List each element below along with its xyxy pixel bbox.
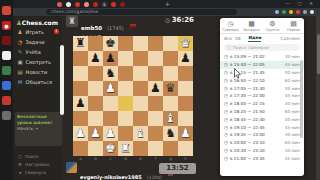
board-square-g5[interactable]: ♛	[163, 81, 178, 96]
browser-tabstrip: L + — ▢ ✕	[13, 0, 320, 8]
white-bishop-e2[interactable]: ♝	[133, 126, 148, 141]
row-duration: 45 мин	[285, 156, 300, 161]
footer-label: Настройки	[25, 162, 49, 167]
page-scrollbar[interactable]	[316, 16, 320, 180]
row-text: в 21:00 — 23:45	[230, 156, 265, 161]
sidebar-item-задачи[interactable]: ◔Задачи	[13, 37, 62, 47]
sidebar-item-новости[interactable]: ▤Новости	[13, 67, 62, 77]
board-square-g4[interactable]	[163, 96, 178, 111]
sidebar-item-смотреть[interactable]: ▣Смотреть	[13, 57, 62, 67]
tab-favicon-camera[interactable]	[93, 2, 98, 7]
popup-list-item-0[interactable]: ◷в 15:09 — 21:0230 мин	[220, 53, 304, 61]
board-square-b3[interactable]	[88, 111, 103, 126]
board-square-d3[interactable]	[118, 111, 133, 126]
board-square-a1[interactable]	[73, 141, 88, 156]
учёба-icon: ✎	[17, 49, 23, 55]
board-square-e4[interactable]	[133, 96, 148, 111]
row-text: в 17:05 — 21:30	[230, 86, 265, 91]
black-pawn-h7[interactable]: ♟	[178, 51, 193, 66]
board-square-b8[interactable]	[88, 36, 103, 51]
white-queen-h8[interactable]: ♛	[178, 36, 193, 51]
row-text: в 19:10 — 22:45	[230, 125, 265, 130]
popup-list-item-5[interactable]: ◷в 17:30 — 22:0045 мин	[220, 92, 304, 100]
clock-icon: ◷	[224, 132, 228, 137]
popup-tab-вкладки[interactable]: ▦Вкладки	[241, 20, 262, 33]
board-square-d6[interactable]	[118, 66, 133, 81]
popup-tabs: ◷Таймеры▦Вкладки⚙Группы▤Сервис	[220, 18, 304, 34]
white-rook-d1[interactable]: ♜	[118, 141, 133, 156]
board-square-b6[interactable]	[88, 66, 103, 81]
board-square-h1[interactable]	[178, 141, 193, 156]
dock-icon-0[interactable]	[2, 6, 11, 15]
board-square-b5[interactable]	[88, 81, 103, 96]
смотреть-icon: ▣	[17, 59, 23, 65]
clock-icon: ◷	[224, 70, 228, 75]
sidebar-footer-свернуть[interactable]: ◂Свернуть	[13, 168, 62, 176]
board-square-a8[interactable]: ♜	[73, 36, 88, 51]
board-square-g1[interactable]	[163, 141, 178, 156]
board-square-e2[interactable]: ♝	[133, 126, 148, 141]
clock-icon: ◷	[165, 17, 170, 23]
white-pawn-c5[interactable]: ♟	[103, 81, 118, 96]
row-duration: 45 мин	[285, 125, 300, 130]
filter-all[interactable]: Все	[224, 36, 232, 41]
clock-icon: ◷	[224, 140, 228, 145]
file-label-c: c	[103, 156, 118, 161]
new-tab-button[interactable]: +	[165, 0, 170, 7]
black-knight-g2[interactable]: ♞	[163, 126, 178, 141]
row-duration: 30 мин	[285, 117, 300, 122]
tab-favicon-darkred[interactable]	[120, 2, 125, 7]
popup-list-item-11[interactable]: ◷в 20:00 — 23:1060 мин	[220, 139, 304, 147]
top-player-flag-icon	[130, 24, 136, 28]
popup-list-item-12[interactable]: ◷в 20:30 — 23:2030 мин	[220, 147, 304, 155]
row-text: в 17:30 — 22:00	[230, 93, 265, 98]
search-placeholder: Поиск таймеров	[233, 45, 269, 50]
группы-icon: ⚙	[262, 20, 283, 28]
toolbar-extension-icon-2[interactable]	[289, 10, 294, 15]
logo-text: Chess.com	[22, 19, 58, 26]
black-queen-g5[interactable]: ♛	[163, 81, 178, 96]
board-square-b4[interactable]	[88, 96, 103, 111]
задачи-icon: ◔	[17, 39, 23, 45]
board-square-g8[interactable]	[163, 36, 178, 51]
file-label-b: b	[88, 156, 103, 161]
board-square-a6[interactable]	[73, 66, 88, 81]
board-square-h3[interactable]	[178, 111, 193, 126]
popup-tab-label: Сервис	[283, 28, 304, 33]
board-square-a7[interactable]	[73, 51, 88, 66]
board-square-c1[interactable]: ♚	[103, 141, 118, 156]
footer-label: Свернуть	[25, 170, 46, 175]
os-dock: ●	[0, 0, 13, 180]
chesscom-logo[interactable]: ♟Chess.com	[13, 16, 62, 27]
tab-favicon-white[interactable]	[66, 2, 71, 7]
общаться-icon: ✉	[17, 79, 23, 85]
board-square-c8[interactable]: ♚	[103, 36, 118, 51]
bottom-player-avatar[interactable]	[66, 162, 77, 173]
board-square-e3[interactable]	[133, 111, 148, 126]
board-square-d4[interactable]	[118, 96, 133, 111]
filter-done[interactable]: Сделано	[281, 36, 300, 41]
file-label-a: a	[73, 156, 88, 161]
bottom-player-clock: 13:52	[159, 163, 196, 174]
row-duration: 30 мин	[285, 70, 300, 75]
popup-list-item-7[interactable]: ◷в 18:20 — 21:5060 мин	[220, 108, 304, 116]
popup-list-item-13[interactable]: ◷в 21:00 — 23:4545 мин	[220, 154, 304, 162]
toolbar-extension-icon-4[interactable]	[303, 10, 308, 15]
popup-tab-таймеры[interactable]: ◷Таймеры	[220, 20, 241, 33]
board-square-d2[interactable]	[118, 126, 133, 141]
clock-icon: ◷	[224, 148, 228, 153]
bottom-player-row: evgeniy-nikolaev1985 (1200) 13:52	[66, 162, 196, 176]
top-player-clock: ◷36:26	[165, 16, 194, 24]
white-king-c1[interactable]: ♚	[103, 141, 118, 156]
sidebar-menu: ♟Играть1◔Задачи✎Учёба▣Смотреть▤Новости✉О…	[13, 27, 62, 87]
row-text: в 19:35 — 23:00	[230, 132, 265, 137]
vertical-scrollbar[interactable]	[60, 45, 64, 115]
file-labels: abcdefgh	[73, 156, 193, 161]
row-duration: 45 мин	[285, 62, 300, 67]
board-square-f4[interactable]	[148, 96, 163, 111]
row-text: в 18:00 — 22:15	[230, 101, 265, 106]
clock-icon: ◷	[224, 101, 228, 106]
board-square-g2[interactable]: ♞	[163, 126, 178, 141]
board-square-f3[interactable]	[148, 111, 163, 126]
popup-list: ◷в 15:09 — 21:0230 мин◷в 15:40 — 22:0545…	[220, 53, 304, 162]
board-square-c2[interactable]: ♟	[103, 126, 118, 141]
row-text: в 15:09 — 21:02	[230, 54, 265, 59]
свернуть-icon: ◂	[17, 170, 23, 175]
sidebar-item-общаться[interactable]: ✉Общаться	[13, 77, 62, 87]
tab-favicon-letter[interactable]: L	[102, 2, 107, 7]
row-text: в 15:40 — 22:05	[230, 62, 265, 67]
popup-list-item-9[interactable]: ◷в 19:10 — 22:4545 мин	[220, 123, 304, 131]
filter-active-tab[interactable]: Идеи	[248, 35, 261, 42]
sidebar-item-label: Играть	[26, 29, 44, 35]
dock-icon-6[interactable]	[2, 96, 11, 105]
popup-list-item-1[interactable]: ◷в 15:40 — 22:0545 мин	[220, 61, 304, 69]
white-pawn-b2[interactable]: ♟	[88, 126, 103, 141]
dock-icon-7[interactable]	[2, 111, 11, 120]
top-player-rating: (1745)	[107, 25, 124, 31]
board-square-f8[interactable]	[148, 36, 163, 51]
black-rook-a8[interactable]: ♜	[73, 36, 88, 51]
screen: ● L + — ▢ ✕ ← ↻ chess.com/game/live ♟Che…	[0, 0, 320, 180]
popup-tab-label: Вкладки	[241, 28, 262, 33]
clock-icon: ◷	[224, 62, 228, 67]
sidebar-item-label: Учёба	[26, 49, 41, 55]
popup-tab-label: Группы	[262, 28, 283, 33]
row-duration: 30 мин	[285, 86, 300, 91]
page-scrollbar-thumb[interactable]	[317, 34, 320, 74]
file-label-g: g	[163, 156, 178, 161]
footer-label: Поиск	[25, 154, 39, 159]
notification-badge: 1	[54, 29, 59, 34]
tab-favicon-crimson[interactable]	[75, 2, 80, 7]
sidebar-item-label: Смотреть	[26, 59, 51, 65]
black-pawn-f5[interactable]: ♟	[148, 81, 163, 96]
row-text: в 18:45 — 22:30	[230, 117, 265, 122]
clock-icon: ◷	[224, 54, 228, 59]
black-knight-c6[interactable]: ♞	[103, 66, 118, 81]
row-duration: 60 мин	[285, 78, 300, 83]
board-square-f1[interactable]	[148, 141, 163, 156]
board-square-h2[interactable]: ♟	[178, 126, 193, 141]
clock-icon: ◷	[224, 93, 228, 98]
clock-icon: ◷	[224, 86, 228, 91]
board-square-h8[interactable]: ♛	[178, 36, 193, 51]
sidebar-footer-поиск[interactable]: ○Поиск	[13, 152, 62, 160]
tab-favicon-pink[interactable]	[84, 2, 89, 7]
sidebar-item-играть[interactable]: ♟Играть1	[13, 27, 62, 37]
file-label-e: e	[133, 156, 148, 161]
таймеры-icon: ◷	[220, 20, 241, 28]
board-square-h4[interactable]	[178, 96, 193, 111]
играть-icon: ♟	[17, 29, 23, 35]
row-duration: 30 мин	[285, 148, 300, 153]
row-duration: 45 мин	[285, 93, 300, 98]
board-square-f6[interactable]	[148, 66, 163, 81]
board-square-c5[interactable]: ♟	[103, 81, 118, 96]
поиск-icon: ○	[17, 154, 23, 159]
popup-list-item-3[interactable]: ◷в 16:50 — 22:1060 мин	[220, 76, 304, 84]
extension-popup: ◷Таймеры▦Вкладки⚙Группы▤Сервис Все 20 Ид…	[220, 18, 304, 176]
row-text: в 20:30 — 23:20	[230, 148, 265, 153]
clock-icon: ◷	[224, 125, 228, 130]
bottom-player-name[interactable]: evgeniy-nikolaev1985	[80, 174, 142, 180]
row-duration: 60 мин	[285, 140, 300, 145]
popup-list-item-8[interactable]: ◷в 18:45 — 22:3030 мин	[220, 115, 304, 123]
row-duration: 30 мин	[285, 54, 300, 59]
board-square-f7[interactable]	[148, 51, 163, 66]
file-label-f: f	[148, 156, 163, 161]
popup-tab-сервис[interactable]: ▤Сервис	[283, 20, 304, 33]
bottom-player-rating: (1200)	[147, 175, 162, 180]
search-icon: ○	[227, 45, 231, 50]
popup-scrollbar[interactable]	[300, 60, 303, 138]
white-pawn-h2[interactable]: ♟	[178, 126, 193, 141]
popup-search-input[interactable]: ○ Поиск таймеров	[224, 44, 300, 51]
tab-favicon-red2[interactable]	[111, 2, 116, 7]
filter-count: 20	[235, 36, 240, 41]
board-square-c6[interactable]: ♞	[103, 66, 118, 81]
file-label-h: h	[178, 156, 193, 161]
clock-icon: ◷	[224, 156, 228, 161]
board-square-e6[interactable]	[133, 66, 148, 81]
board-square-c4[interactable]	[103, 96, 118, 111]
board-square-d5[interactable]	[118, 81, 133, 96]
black-pawn-c7[interactable]: ♟	[103, 51, 118, 66]
window-controls[interactable]: — ▢ ✕	[286, 1, 316, 6]
dock-icon-4[interactable]	[2, 66, 11, 75]
sidebar-item-label: Общаться	[26, 79, 52, 85]
dock-icon-2[interactable]	[2, 36, 11, 45]
white-bishop-g3[interactable]: ♝	[163, 111, 178, 126]
board-square-b1[interactable]	[88, 141, 103, 156]
board-square-g6[interactable]	[163, 66, 178, 81]
popup-filter-row: Все 20 Идеи Сделано	[220, 34, 304, 43]
board-square-c7[interactable]: ♟	[103, 51, 118, 66]
row-duration: 60 мин	[285, 109, 300, 114]
sidebar-promo[interactable]: Бесплатные уроки шахмат Начать →	[15, 112, 62, 146]
board-square-a2[interactable]: ♟	[73, 126, 88, 141]
top-clock-time: 36:26	[172, 16, 194, 24]
dock-icon-1[interactable]: ●	[2, 21, 11, 30]
toolbar-extension-icon-5[interactable]	[310, 10, 315, 15]
board-square-b2[interactable]: ♟	[88, 126, 103, 141]
promo-line3[interactable]: Начать →	[17, 126, 60, 132]
board-square-f5[interactable]: ♟	[148, 81, 163, 96]
board-square-g7[interactable]	[163, 51, 178, 66]
popup-tab-группы[interactable]: ⚙Группы	[262, 20, 283, 33]
toolbar-extension-icon-0[interactable]	[275, 10, 280, 15]
board-square-c3[interactable]	[103, 111, 118, 126]
сервис-icon: ▤	[283, 20, 304, 28]
board-square-h6[interactable]	[178, 66, 193, 81]
новости-icon: ▤	[17, 69, 23, 75]
board-square-d7[interactable]	[118, 51, 133, 66]
row-duration: 30 мин	[285, 101, 300, 106]
настройки-icon: ⚙	[17, 162, 23, 167]
row-duration: 30 мин	[285, 132, 300, 137]
white-pawn-a2[interactable]: ♟	[73, 126, 88, 141]
popup-tab-label: Таймеры	[220, 28, 241, 33]
dock-icon-3[interactable]	[2, 51, 11, 60]
clock-icon: ◷	[224, 109, 228, 114]
board-square-f2[interactable]	[148, 126, 163, 141]
clock-icon: ◷	[224, 78, 228, 83]
board-square-e5[interactable]	[133, 81, 148, 96]
board-square-b7[interactable]: ♟	[88, 51, 103, 66]
popup-list-item-10[interactable]: ◷в 19:35 — 23:0030 мин	[220, 131, 304, 139]
chesscom-sidebar: ♟Chess.com ♟Играть1◔Задачи✎Учёба▣Смотрет…	[13, 16, 62, 180]
top-player-name[interactable]: emb50	[81, 25, 102, 31]
sidebar-item-label: Задачи	[26, 39, 45, 45]
popup-list-item-6[interactable]: ◷в 18:00 — 22:1530 мин	[220, 100, 304, 108]
mouse-cursor	[234, 68, 242, 79]
board-square-h7[interactable]: ♟	[178, 51, 193, 66]
row-text: в 18:20 — 21:50	[230, 109, 265, 114]
popup-list-item-4[interactable]: ◷в 17:05 — 21:3030 мин	[220, 84, 304, 92]
toolbar-extension-icon-1[interactable]	[282, 10, 287, 15]
board-square-e8[interactable]	[133, 36, 148, 51]
popup-list-item-2[interactable]: ◷в 16:15 — 21:4530 мин	[220, 69, 304, 77]
board-square-a4[interactable]: ♟	[73, 96, 88, 111]
file-label-d: d	[118, 156, 133, 161]
white-pawn-c2[interactable]: ♟	[103, 126, 118, 141]
board-square-a5[interactable]	[73, 81, 88, 96]
tab-favicon-red[interactable]	[57, 2, 62, 7]
board-square-a3[interactable]	[73, 111, 88, 126]
black-pawn-b7[interactable]: ♟	[88, 51, 103, 66]
board-square-h5[interactable]	[178, 81, 193, 96]
board-square-d1[interactable]: ♜	[118, 141, 133, 156]
sidebar-footer: ○Поиск⚙Настройки◂Свернуть	[13, 152, 62, 176]
board-square-g3[interactable]: ♝	[163, 111, 178, 126]
sidebar-footer-настройки[interactable]: ⚙Настройки	[13, 160, 62, 168]
board-square-e1[interactable]	[133, 141, 148, 156]
board-square-d8[interactable]	[118, 36, 133, 51]
вкладки-icon: ▦	[241, 20, 262, 28]
black-pawn-a4[interactable]: ♟	[73, 96, 88, 111]
black-king-c8[interactable]: ♚	[103, 36, 118, 51]
row-text: в 20:00 — 23:10	[230, 140, 265, 145]
top-player-row: ♜ emb50 (1745) ♙♙♙♘♖ ◷36:26	[66, 15, 196, 29]
chess-board[interactable]: ♜♚♛♟♟♟♞♟♟♛♟♝♟♟♟♝♞♟♚♜	[73, 36, 193, 156]
dock-icon-5[interactable]	[2, 81, 11, 90]
sidebar-item-учёба[interactable]: ✎Учёба	[13, 47, 62, 57]
sidebar-item-label: Новости	[26, 69, 48, 75]
toolbar-extension-icon-3[interactable]	[296, 10, 301, 15]
board-square-e7[interactable]	[133, 51, 148, 66]
clock-icon: ◷	[224, 117, 228, 122]
top-player-avatar[interactable]: ♜	[66, 15, 78, 27]
